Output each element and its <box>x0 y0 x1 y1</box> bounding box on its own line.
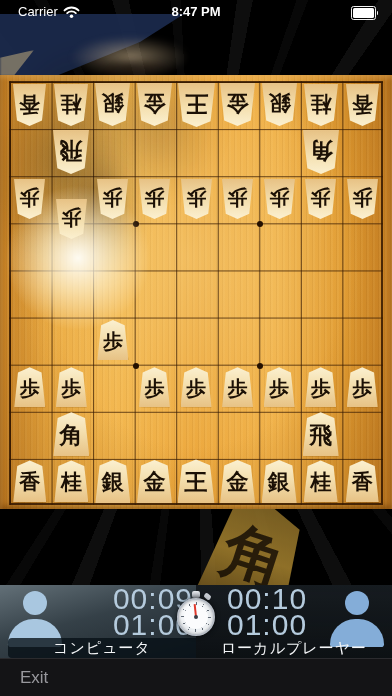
stopwatch-icon <box>175 591 217 641</box>
shogi-piece-gote[interactable]: 王 <box>178 83 215 127</box>
shogi-piece-gote[interactable]: 飛 <box>53 130 89 174</box>
battery-fill <box>353 8 374 18</box>
local-player-total-time: 01:00 <box>227 612 307 638</box>
shogi-piece-gote[interactable]: 角 <box>303 130 339 174</box>
piece-kanji: 銀 <box>102 472 124 494</box>
computer-clock-panel: 00:09 01:00 コンピュータ <box>0 585 196 658</box>
piece-kanji: 歩 <box>311 378 331 398</box>
avatar-head <box>345 591 369 615</box>
shogi-piece-gote[interactable]: 銀 <box>95 83 130 126</box>
piece-kanji: 歩 <box>269 188 289 208</box>
shogi-piece-sente[interactable]: 金 <box>137 460 172 503</box>
clock-time: 8:47 PM <box>0 4 392 19</box>
piece-kanji: 歩 <box>228 378 248 398</box>
shogi-piece-sente[interactable]: 歩 <box>14 367 45 407</box>
shogi-piece-sente[interactable]: 角 <box>53 412 89 456</box>
piece-kanji: 銀 <box>102 92 124 114</box>
piece-kanji: 香 <box>352 472 373 493</box>
shogi-piece-sente[interactable]: 歩 <box>264 367 295 407</box>
avatar-head <box>23 591 47 615</box>
shogi-piece-gote[interactable]: 歩 <box>264 179 295 219</box>
piece-kanji: 飛 <box>60 139 83 162</box>
shogi-piece-gote[interactable]: 歩 <box>347 179 378 219</box>
piece-kanji: 歩 <box>311 188 331 208</box>
shogi-piece-sente[interactable]: 桂 <box>304 460 338 502</box>
piece-kanji: 桂 <box>61 472 82 493</box>
decorative-piece-kanji: 角 <box>212 509 297 585</box>
shogi-piece-gote[interactable]: 銀 <box>262 83 297 126</box>
exit-button[interactable]: Exit <box>20 659 48 696</box>
piece-kanji: 桂 <box>310 472 331 493</box>
computer-name-label: コンピュータ <box>8 638 196 658</box>
stopwatch-face <box>177 598 215 636</box>
piece-kanji: 香 <box>19 93 40 114</box>
piece-kanji: 飛 <box>309 424 332 447</box>
shogi-piece-sente[interactable]: 歩 <box>181 367 212 407</box>
status-bar: Carrier 8:47 PM <box>0 0 392 24</box>
shogi-piece-sente[interactable]: 王 <box>178 459 215 503</box>
piece-kanji: 金 <box>227 472 249 494</box>
shogi-piece-sente[interactable]: 飛 <box>303 412 339 456</box>
piece-kanji: 桂 <box>310 93 331 114</box>
piece-kanji: 銀 <box>268 92 290 114</box>
piece-kanji: 歩 <box>61 207 81 227</box>
piece-kanji: 歩 <box>352 378 372 398</box>
battery-icon <box>351 6 379 20</box>
local-player-times: 00:10 01:00 <box>227 586 307 638</box>
piece-kanji: 歩 <box>103 331 123 351</box>
battery-tip <box>377 11 379 15</box>
piece-kanji: 歩 <box>269 378 289 398</box>
shogi-piece-gote[interactable]: 歩 <box>14 179 45 219</box>
shogi-piece-gote[interactable]: 桂 <box>304 84 338 126</box>
local-player-name-label: ローカルプレーヤー <box>196 638 392 658</box>
shogi-piece-gote[interactable]: 桂 <box>54 84 88 126</box>
piece-kanji: 香 <box>352 93 373 114</box>
pieces-layer: 香桂銀金王金銀桂香飛角歩歩歩歩歩歩歩歩歩歩歩歩歩歩歩歩歩歩角飛香桂銀金王金銀桂香 <box>9 81 383 505</box>
piece-kanji: 歩 <box>20 188 40 208</box>
piece-kanji: 金 <box>143 92 165 114</box>
shogi-piece-sente[interactable]: 歩 <box>139 367 170 407</box>
piece-kanji: 歩 <box>103 188 123 208</box>
piece-kanji: 桂 <box>61 93 82 114</box>
piece-kanji: 歩 <box>144 378 164 398</box>
lower-background-band: 角 <box>0 509 392 585</box>
piece-kanji: 歩 <box>144 188 164 208</box>
shogi-piece-gote[interactable]: 歩 <box>139 179 170 219</box>
shogi-piece-gote[interactable]: 歩 <box>97 179 128 219</box>
shogi-piece-sente[interactable]: 銀 <box>95 460 130 503</box>
shogi-piece-sente[interactable]: 桂 <box>54 460 88 502</box>
shogi-piece-sente[interactable]: 歩 <box>305 367 336 407</box>
decorative-bishop-piece: 角 <box>194 509 315 585</box>
piece-kanji: 歩 <box>20 378 40 398</box>
piece-kanji: 王 <box>185 92 208 115</box>
stopwatch-hub <box>194 615 198 619</box>
bottom-toolbar: Exit <box>0 658 392 696</box>
piece-kanji: 角 <box>309 139 332 162</box>
piece-kanji: 角 <box>60 424 83 447</box>
shogi-piece-gote[interactable]: 香 <box>13 84 46 126</box>
shogi-piece-sente[interactable]: 銀 <box>262 460 297 503</box>
shogi-piece-gote[interactable]: 香 <box>346 84 379 126</box>
shogi-piece-gote[interactable]: 歩 <box>181 179 212 219</box>
shogi-piece-sente[interactable]: 歩 <box>222 367 253 407</box>
piece-kanji: 王 <box>185 471 208 494</box>
shogi-piece-sente[interactable]: 歩 <box>347 367 378 407</box>
piece-kanji: 歩 <box>61 378 81 398</box>
battery-body <box>351 6 376 20</box>
piece-kanji: 金 <box>227 92 249 114</box>
shogi-piece-gote[interactable]: 金 <box>220 83 255 126</box>
shogi-piece-sente[interactable]: 香 <box>346 460 379 502</box>
stopwatch-crown <box>192 591 200 598</box>
local-player-clock-panel: 00:10 01:00 ローカルプレーヤー <box>196 585 392 658</box>
piece-kanji: 歩 <box>186 378 206 398</box>
piece-kanji: 銀 <box>268 472 290 494</box>
shogi-piece-sente[interactable]: 香 <box>13 460 46 502</box>
piece-kanji: 歩 <box>352 188 372 208</box>
piece-kanji: 歩 <box>186 188 206 208</box>
shogi-piece-sente[interactable]: 金 <box>220 460 255 503</box>
piece-kanji: 歩 <box>228 188 248 208</box>
clock-panel: 00:09 01:00 コンピュータ 00:10 <box>0 585 392 658</box>
shogi-board[interactable]: 香桂銀金王金銀桂香飛角歩歩歩歩歩歩歩歩歩歩歩歩歩歩歩歩歩歩角飛香桂銀金王金銀桂香 <box>0 75 392 509</box>
shogi-piece-sente[interactable]: 歩 <box>97 320 128 360</box>
shogi-piece-sente[interactable]: 歩 <box>56 367 87 407</box>
piece-kanji: 香 <box>19 472 40 493</box>
shogi-piece-gote[interactable]: 金 <box>137 83 172 126</box>
shogi-piece-gote[interactable]: 歩 <box>56 199 87 239</box>
app-screen: 香桂銀金王金銀桂香飛角歩歩歩歩歩歩歩歩歩歩歩歩歩歩歩歩歩歩角飛香桂銀金王金銀桂香… <box>0 0 392 696</box>
shogi-piece-gote[interactable]: 歩 <box>222 179 253 219</box>
piece-kanji: 金 <box>143 472 165 494</box>
shogi-piece-gote[interactable]: 歩 <box>305 179 336 219</box>
